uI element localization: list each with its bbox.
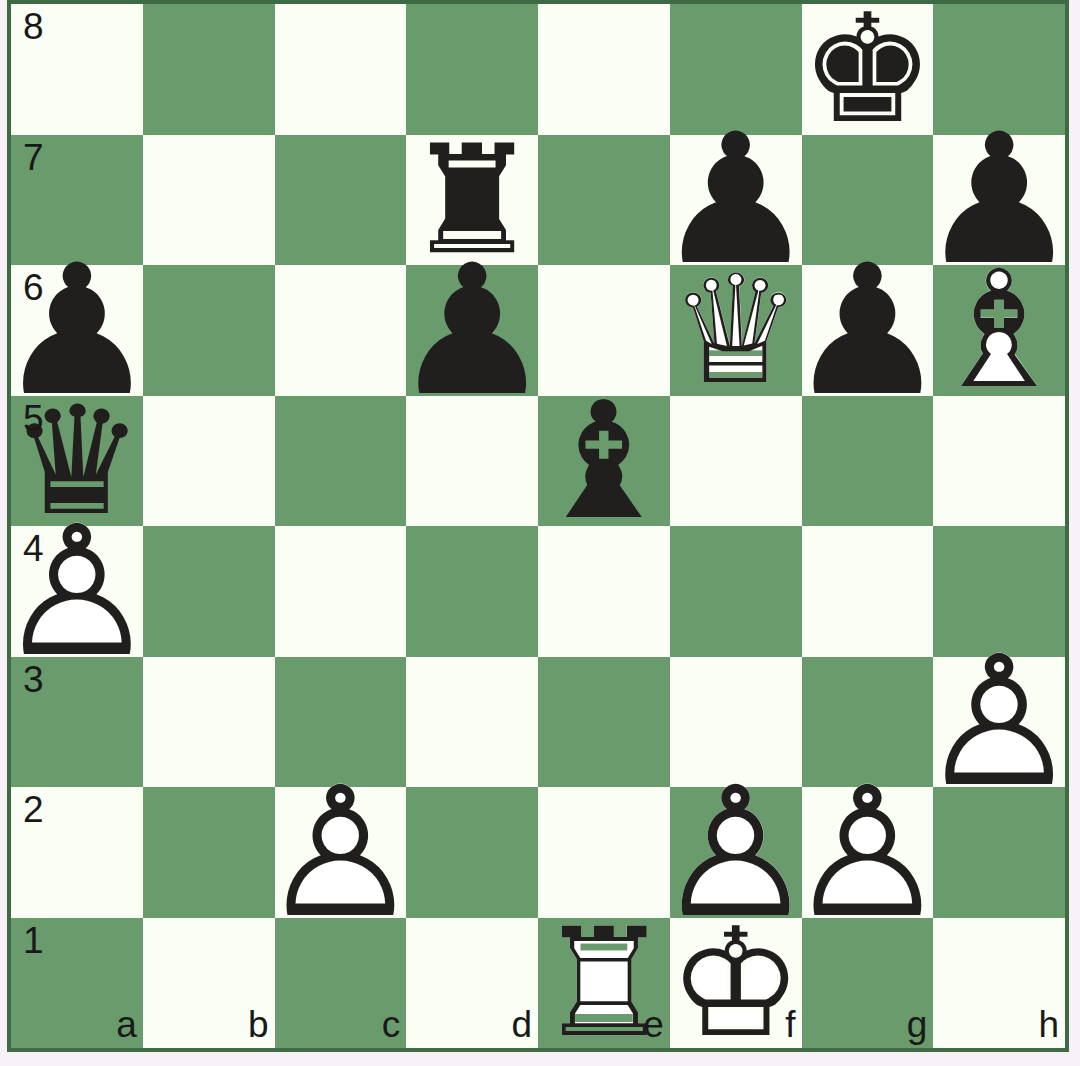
square-c8[interactable] <box>275 4 407 135</box>
chess-board: 8♚7♜♟♟6♟♟♛♕♟♝♗5♛♝4♟♙3♟♙2♟♙♟♙♟♙1abcde♜♖f♚… <box>7 0 1069 1052</box>
rank-label-1: 1 <box>23 922 44 959</box>
white-pawn-outline-icon: ♙ <box>275 787 407 918</box>
square-b8[interactable] <box>143 4 275 135</box>
square-h7[interactable]: ♟ <box>933 135 1065 266</box>
white-king-outline-icon: ♔ <box>670 918 802 1049</box>
square-d5[interactable] <box>406 396 538 527</box>
square-g2[interactable]: ♟♙ <box>802 787 934 918</box>
black-king-icon: ♚ <box>802 4 934 135</box>
piece-white-pawn[interactable]: ♟♙ <box>275 787 407 918</box>
square-a3[interactable]: 3 <box>11 657 143 788</box>
square-b7[interactable] <box>143 135 275 266</box>
file-label-e: e <box>643 1006 664 1043</box>
piece-white-pawn[interactable]: ♟♙ <box>802 787 934 918</box>
white-pawn-outline-icon: ♙ <box>670 787 802 918</box>
chess-board-grid: 8♚7♜♟♟6♟♟♛♕♟♝♗5♛♝4♟♙3♟♙2♟♙♟♙♟♙1abcde♜♖f♚… <box>11 4 1065 1048</box>
square-a5[interactable]: 5♛ <box>11 396 143 527</box>
square-c5[interactable] <box>275 396 407 527</box>
square-e8[interactable] <box>538 4 670 135</box>
white-bishop-icon: ♝ <box>933 265 1065 396</box>
square-h6[interactable]: ♝♗ <box>933 265 1065 396</box>
square-h1[interactable]: h <box>933 918 1065 1049</box>
square-f2[interactable]: ♟♙ <box>670 787 802 918</box>
white-pawn-icon: ♟ <box>802 787 934 918</box>
square-g8[interactable]: ♚ <box>802 4 934 135</box>
square-f8[interactable] <box>670 4 802 135</box>
rank-label-7: 7 <box>23 139 44 176</box>
square-h3[interactable]: ♟♙ <box>933 657 1065 788</box>
white-pawn-outline-icon: ♙ <box>933 657 1065 788</box>
piece-black-pawn[interactable]: ♟ <box>670 135 802 266</box>
square-g7[interactable] <box>802 135 934 266</box>
white-queen-outline-icon: ♕ <box>670 265 802 396</box>
white-queen-icon: ♛ <box>670 265 802 396</box>
square-a2[interactable]: 2 <box>11 787 143 918</box>
square-f5[interactable] <box>670 396 802 527</box>
file-label-a: a <box>116 1006 137 1043</box>
square-b1[interactable]: b <box>143 918 275 1049</box>
black-pawn-icon: ♟ <box>802 265 934 396</box>
square-a4[interactable]: 4♟♙ <box>11 526 143 657</box>
piece-white-king[interactable]: ♚♔ <box>670 918 802 1049</box>
square-c7[interactable] <box>275 135 407 266</box>
square-c2[interactable]: ♟♙ <box>275 787 407 918</box>
square-b2[interactable] <box>143 787 275 918</box>
square-f7[interactable]: ♟ <box>670 135 802 266</box>
square-f4[interactable] <box>670 526 802 657</box>
square-d8[interactable] <box>406 4 538 135</box>
black-rook-icon: ♜ <box>406 135 538 266</box>
piece-black-pawn[interactable]: ♟ <box>406 265 538 396</box>
square-f1[interactable]: f♚♔ <box>670 918 802 1049</box>
black-pawn-icon: ♟ <box>670 135 802 266</box>
square-h8[interactable] <box>933 4 1065 135</box>
square-h4[interactable] <box>933 526 1065 657</box>
square-a1[interactable]: 1a <box>11 918 143 1049</box>
square-d3[interactable] <box>406 657 538 788</box>
square-a6[interactable]: 6♟ <box>11 265 143 396</box>
square-c4[interactable] <box>275 526 407 657</box>
file-label-f: f <box>785 1006 795 1043</box>
square-b5[interactable] <box>143 396 275 527</box>
square-d1[interactable]: d <box>406 918 538 1049</box>
white-pawn-icon: ♟ <box>275 787 407 918</box>
piece-white-pawn[interactable]: ♟♙ <box>670 787 802 918</box>
square-g6[interactable]: ♟ <box>802 265 934 396</box>
square-b4[interactable] <box>143 526 275 657</box>
white-bishop-outline-icon: ♗ <box>933 265 1065 396</box>
piece-black-bishop[interactable]: ♝ <box>538 396 670 527</box>
file-label-d: d <box>511 1006 532 1043</box>
square-e6[interactable] <box>538 265 670 396</box>
file-label-c: c <box>382 1006 401 1043</box>
square-e3[interactable] <box>538 657 670 788</box>
white-king-icon: ♚ <box>670 918 802 1049</box>
black-bishop-icon: ♝ <box>538 396 670 527</box>
square-b3[interactable] <box>143 657 275 788</box>
rank-label-3: 3 <box>23 661 44 698</box>
square-e7[interactable] <box>538 135 670 266</box>
square-b6[interactable] <box>143 265 275 396</box>
square-d6[interactable]: ♟ <box>406 265 538 396</box>
rank-label-2: 2 <box>23 791 44 828</box>
square-e4[interactable] <box>538 526 670 657</box>
piece-white-queen[interactable]: ♛♕ <box>670 265 802 396</box>
piece-black-rook[interactable]: ♜ <box>406 135 538 266</box>
square-g4[interactable] <box>802 526 934 657</box>
rank-label-4: 4 <box>23 530 44 567</box>
square-a7[interactable]: 7 <box>11 135 143 266</box>
square-c1[interactable]: c <box>275 918 407 1049</box>
piece-black-pawn[interactable]: ♟ <box>933 135 1065 266</box>
square-f3[interactable] <box>670 657 802 788</box>
file-label-h: h <box>1038 1006 1059 1043</box>
square-h2[interactable] <box>933 787 1065 918</box>
square-h5[interactable] <box>933 396 1065 527</box>
square-c3[interactable] <box>275 657 407 788</box>
square-e5[interactable]: ♝ <box>538 396 670 527</box>
square-g3[interactable] <box>802 657 934 788</box>
white-pawn-icon: ♟ <box>933 657 1065 788</box>
square-d4[interactable] <box>406 526 538 657</box>
white-pawn-outline-icon: ♙ <box>802 787 934 918</box>
square-e2[interactable] <box>538 787 670 918</box>
square-f6[interactable]: ♛♕ <box>670 265 802 396</box>
square-g5[interactable] <box>802 396 934 527</box>
piece-white-bishop[interactable]: ♝♗ <box>933 265 1065 396</box>
square-d2[interactable] <box>406 787 538 918</box>
piece-white-pawn[interactable]: ♟♙ <box>933 657 1065 788</box>
page-background: 8♚7♜♟♟6♟♟♛♕♟♝♗5♛♝4♟♙3♟♙2♟♙♟♙♟♙1abcde♜♖f♚… <box>0 0 1080 1066</box>
white-pawn-icon: ♟ <box>670 787 802 918</box>
square-d7[interactable]: ♜ <box>406 135 538 266</box>
square-c6[interactable] <box>275 265 407 396</box>
black-pawn-icon: ♟ <box>406 265 538 396</box>
rank-label-8: 8 <box>23 8 44 45</box>
file-label-g: g <box>907 1006 928 1043</box>
square-e1[interactable]: e♜♖ <box>538 918 670 1049</box>
black-pawn-icon: ♟ <box>933 135 1065 266</box>
rank-label-6: 6 <box>23 269 44 306</box>
file-label-b: b <box>248 1006 269 1043</box>
rank-label-5: 5 <box>23 400 44 437</box>
square-a8[interactable]: 8 <box>11 4 143 135</box>
piece-black-king[interactable]: ♚ <box>802 4 934 135</box>
piece-black-pawn[interactable]: ♟ <box>802 265 934 396</box>
square-g1[interactable]: g <box>802 918 934 1049</box>
